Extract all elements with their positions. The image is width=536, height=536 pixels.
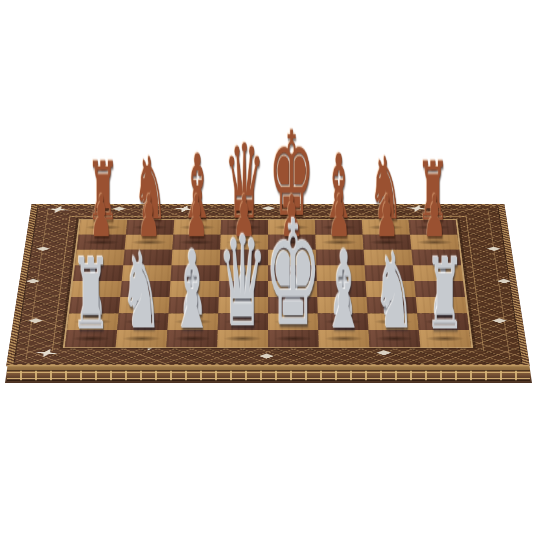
- square-b3: [119, 297, 170, 313]
- square-d1: ♛: [217, 330, 268, 347]
- square-a1: ♜: [65, 330, 117, 347]
- square-g1: ♞: [369, 330, 421, 347]
- square-d2: ♟: [218, 313, 268, 330]
- square-f1: ♝: [318, 330, 369, 347]
- square-h1: ♜: [419, 330, 471, 347]
- board-top: ♜♞♝♛♚♝♞♜♟♟♟♟♟♟♟♟♟♟♟♟♟♟♟♟♜♞♝♛♚♝♞♜: [6, 204, 530, 366]
- square-b1: ♞: [116, 330, 168, 347]
- square-c1: ♝: [166, 330, 217, 347]
- square-c2: ♟: [167, 313, 218, 330]
- square-b4: [120, 281, 170, 297]
- square-c4: [169, 281, 219, 297]
- square-c3: [168, 297, 218, 313]
- square-f2: ♟: [318, 313, 369, 330]
- square-e2: ♟: [268, 313, 318, 330]
- edge-carving: [7, 370, 530, 381]
- square-e4: [268, 281, 317, 297]
- square-f3: [317, 297, 367, 313]
- square-g2: ♟: [368, 313, 419, 330]
- square-g3: [367, 297, 418, 313]
- square-h2: ♟: [417, 313, 469, 330]
- square-e3: [268, 297, 318, 313]
- square-d4: [219, 281, 268, 297]
- square-a3: [69, 297, 120, 313]
- board-front-edge: [5, 365, 532, 383]
- square-g4: [366, 281, 416, 297]
- square-e1: ♚: [268, 330, 319, 347]
- square-a4: [71, 281, 122, 297]
- square-h4: [414, 281, 465, 297]
- chess-board: ♜♞♝♛♚♝♞♜♟♟♟♟♟♟♟♟♟♟♟♟♟♟♟♟♜♞♝♛♚♝♞♜: [6, 204, 530, 366]
- square-h3: [416, 297, 467, 313]
- square-b2: ♟: [117, 313, 168, 330]
- square-a2: ♟: [67, 313, 119, 330]
- square-f4: [317, 281, 367, 297]
- square-d3: [218, 297, 268, 313]
- chess-set-photo: ♜♞♝♛♚♝♞♜♟♟♟♟♟♟♟♟♟♟♟♟♟♟♟♟♜♞♝♛♚♝♞♜: [0, 0, 536, 536]
